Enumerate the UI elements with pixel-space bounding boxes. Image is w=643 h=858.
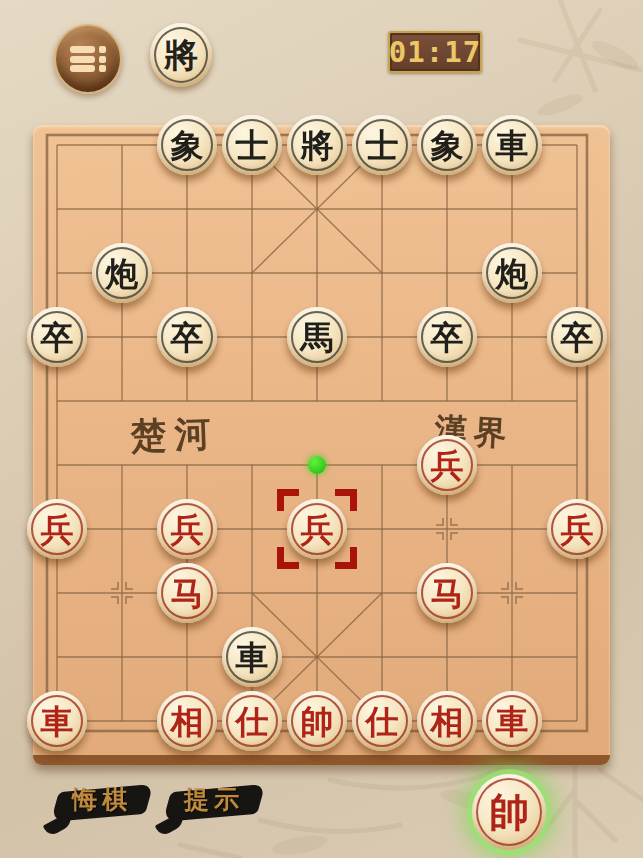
piece-red-r9c7[interactable]: 車 [482,691,542,751]
xiangqi-app: 將 01:17 楚河漢界 象士將士象車炮炮卒卒馬卒卒車兵兵兵兵兵马马車相仕帥仕相… [0,0,643,858]
piece-red-r7c6[interactable]: 马 [417,563,477,623]
piece-red-r9c6[interactable]: 相 [417,691,477,751]
piece-red-r7c2[interactable]: 马 [157,563,217,623]
piece-glyph: 兵 [431,449,464,482]
hint-button[interactable]: 提示 [170,786,258,822]
piece-black-r2c7[interactable]: 炮 [482,243,542,303]
game-timer: 01:17 [388,31,482,73]
black-turn-indicator: 將 [150,23,212,87]
piece-glyph: 車 [236,641,269,674]
piece-red-r9c4[interactable]: 帥 [287,691,347,751]
hint-label: 提示 [184,783,244,816]
undo-label: 悔棋 [72,783,132,816]
piece-glyph: 士 [366,129,399,162]
piece-black-r3c8[interactable]: 卒 [547,307,607,367]
piece-glyph: 士 [236,129,269,162]
svg-text:楚河: 楚河 [129,411,219,456]
black-general-glyph: 將 [164,38,198,72]
piece-glyph: 帥 [301,705,334,738]
piece-glyph: 象 [431,129,464,162]
piece-black-r0c5[interactable]: 士 [352,115,412,175]
piece-black-r0c4[interactable]: 將 [287,115,347,175]
piece-glyph: 車 [496,705,529,738]
piece-glyph: 馬 [301,321,334,354]
move-target-dot[interactable] [308,456,326,474]
piece-glyph: 卒 [41,321,74,354]
piece-red-r6c0[interactable]: 兵 [27,499,87,559]
timer-value: 01:17 [389,35,481,69]
piece-black-r8c3[interactable]: 車 [222,627,282,687]
piece-glyph: 車 [41,705,74,738]
piece-black-r0c2[interactable]: 象 [157,115,217,175]
piece-glyph: 卒 [431,321,464,354]
piece-glyph: 仕 [366,705,399,738]
board-grid: 楚河漢界 [33,125,610,755]
piece-black-r0c6[interactable]: 象 [417,115,477,175]
piece-glyph: 马 [171,577,204,610]
piece-black-r3c6[interactable]: 卒 [417,307,477,367]
piece-glyph: 炮 [496,257,529,290]
menu-button[interactable] [54,24,122,94]
piece-red-r9c0[interactable]: 車 [27,691,87,751]
piece-glyph: 卒 [561,321,594,354]
piece-black-r0c3[interactable]: 士 [222,115,282,175]
red-general-glyph: 帥 [489,792,529,832]
piece-red-r6c4[interactable]: 兵 [287,499,347,559]
piece-red-r9c5[interactable]: 仕 [352,691,412,751]
piece-glyph: 炮 [106,257,139,290]
piece-glyph: 兵 [561,513,594,546]
piece-glyph: 兵 [41,513,74,546]
piece-glyph: 相 [431,705,464,738]
piece-red-r9c2[interactable]: 相 [157,691,217,751]
piece-red-r9c3[interactable]: 仕 [222,691,282,751]
piece-black-r3c0[interactable]: 卒 [27,307,87,367]
menu-list-icon [70,44,106,75]
piece-glyph: 马 [431,577,464,610]
piece-black-r2c1[interactable]: 炮 [92,243,152,303]
piece-glyph: 兵 [301,513,334,546]
piece-black-r3c2[interactable]: 卒 [157,307,217,367]
xiangqi-board[interactable]: 楚河漢界 象士將士象車炮炮卒卒馬卒卒車兵兵兵兵兵马马車相仕帥仕相車 [33,125,610,765]
piece-glyph: 將 [301,129,334,162]
piece-red-r6c2[interactable]: 兵 [157,499,217,559]
piece-glyph: 車 [496,129,529,162]
piece-glyph: 卒 [171,321,204,354]
piece-red-r6c8[interactable]: 兵 [547,499,607,559]
piece-black-r0c7[interactable]: 車 [482,115,542,175]
piece-black-r3c4[interactable]: 馬 [287,307,347,367]
piece-glyph: 兵 [171,513,204,546]
undo-button[interactable]: 悔棋 [58,786,146,822]
red-turn-indicator-button[interactable]: 帥 [472,774,546,850]
piece-glyph: 相 [171,705,204,738]
piece-glyph: 象 [171,129,204,162]
piece-red-r5c6[interactable]: 兵 [417,435,477,495]
piece-glyph: 仕 [236,705,269,738]
